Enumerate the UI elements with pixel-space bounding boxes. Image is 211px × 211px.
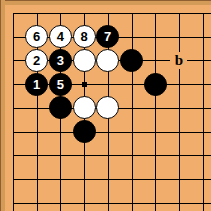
intersection-5-3 xyxy=(96,49,120,73)
white-stone-move-2: 2 xyxy=(25,49,48,72)
black-stone xyxy=(120,49,143,72)
white-stone xyxy=(96,49,119,72)
intersection-3-3: 3 xyxy=(49,49,73,73)
black-stone xyxy=(49,96,72,119)
white-stone xyxy=(96,96,119,119)
black-stone-move-1: 1 xyxy=(25,73,48,96)
intersection-3-2: 4 xyxy=(49,25,73,49)
labeled-point-b: b xyxy=(167,49,191,73)
hoshi-point xyxy=(72,72,96,96)
white-stone xyxy=(73,96,96,119)
intersection-2-2: 6 xyxy=(25,25,49,49)
black-stone xyxy=(73,120,96,143)
intersection-2-3: 2 xyxy=(25,49,49,73)
board-frame-left-edge xyxy=(0,0,5,211)
stones-layer: 64872315b xyxy=(1,1,211,211)
black-stone-move-7: 7 xyxy=(96,25,119,48)
goban: 64872315b xyxy=(0,0,211,211)
white-stone-move-8: 8 xyxy=(73,25,96,48)
intersection-4-5 xyxy=(72,96,96,120)
intersection-4-2: 8 xyxy=(72,25,96,49)
intersection-3-4: 5 xyxy=(49,72,73,96)
board-frame-top-edge xyxy=(0,0,211,5)
black-stone xyxy=(144,73,167,96)
intersection-5-2: 7 xyxy=(96,25,120,49)
intersection-4-6 xyxy=(72,120,96,144)
white-stone-move-6: 6 xyxy=(25,25,48,48)
intersection-7-4 xyxy=(143,72,167,96)
black-stone-move-3: 3 xyxy=(49,49,72,72)
white-stone-move-4: 4 xyxy=(49,25,72,48)
white-stone xyxy=(73,49,96,72)
intersection-6-3 xyxy=(120,49,144,73)
hoshi-marker xyxy=(82,82,87,87)
black-stone-move-5: 5 xyxy=(49,73,72,96)
go-board-diagram: 64872315b xyxy=(0,0,211,211)
intersection-4-3 xyxy=(72,49,96,73)
intersection-5-5 xyxy=(96,96,120,120)
point-label-b: b xyxy=(170,52,187,69)
intersection-2-4: 1 xyxy=(25,72,49,96)
intersection-3-5 xyxy=(49,96,73,120)
